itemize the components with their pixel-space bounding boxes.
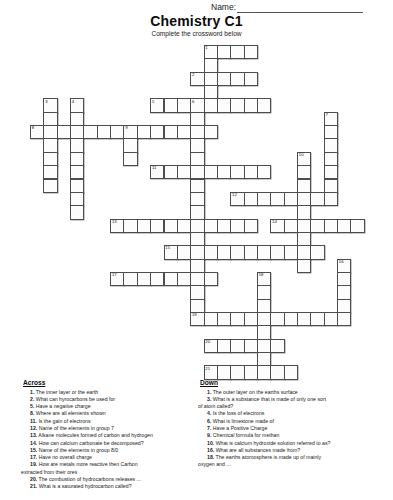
grid-cell[interactable] — [244, 219, 258, 233]
grid-cell[interactable] — [324, 138, 338, 152]
grid-cell[interactable] — [190, 165, 204, 179]
clue-item: 17. Have no overall charge — [21, 454, 179, 461]
grid-cell[interactable] — [324, 219, 338, 233]
clue-item: 18. The earths atomosphere is made up of… — [198, 454, 388, 469]
grid-cell[interactable] — [297, 165, 311, 179]
grid-cell[interactable] — [190, 125, 204, 139]
grid-cell[interactable]: 19 — [190, 312, 204, 326]
grid-cell[interactable]: 8 — [30, 125, 44, 139]
grid-cell[interactable] — [70, 112, 84, 126]
grid-cell[interactable] — [270, 192, 284, 206]
across-header: Across — [21, 379, 179, 387]
clue-number: 10 — [299, 153, 304, 158]
grid-cell[interactable] — [310, 192, 324, 206]
clue-number: 20 — [205, 340, 210, 345]
grid-cell[interactable] — [244, 192, 258, 206]
grid-cell[interactable] — [244, 365, 258, 379]
grid-cell[interactable]: 17 — [110, 272, 124, 286]
clue-number: 14 — [272, 220, 277, 225]
grid-cell[interactable]: 12 — [230, 192, 244, 206]
grid-cell[interactable] — [337, 219, 351, 233]
grid-cell[interactable]: 2 — [190, 72, 204, 86]
clue-item: 20. The combustion of hydrocarbons relea… — [21, 476, 179, 483]
clue-item: 4. Is the loss of electrons — [198, 410, 388, 417]
grid-cell[interactable] — [324, 152, 338, 166]
grid-cell[interactable] — [70, 138, 84, 152]
grid-cell[interactable] — [217, 339, 231, 353]
grid-cell[interactable] — [204, 98, 218, 112]
grid-cell[interactable] — [190, 179, 204, 193]
grid-cell[interactable] — [190, 112, 204, 126]
grid-cell[interactable] — [324, 192, 338, 206]
grid-cell[interactable] — [230, 165, 244, 179]
grid-cell[interactable]: 14 — [270, 219, 284, 233]
grid-cell[interactable] — [244, 165, 258, 179]
grid-cell[interactable] — [230, 245, 244, 259]
grid-cell[interactable] — [177, 98, 191, 112]
grid-cell[interactable]: 21 — [204, 365, 218, 379]
grid-cell[interactable] — [230, 219, 244, 233]
grid-cell[interactable] — [204, 165, 218, 179]
grid-cell[interactable]: 15 — [164, 245, 178, 259]
grid-cell[interactable] — [164, 165, 178, 179]
name-label: Name: — [211, 2, 236, 12]
grid-cell[interactable] — [217, 312, 231, 326]
clue-number: 12 — [232, 193, 237, 198]
clue-item: 14. How can calcium carbonate be decompo… — [21, 440, 179, 447]
down-clues-list: 1. The outer layer on the earths surface… — [198, 389, 388, 469]
grid-cell[interactable] — [284, 245, 298, 259]
grid-cell[interactable] — [297, 219, 311, 233]
grid-cell[interactable] — [217, 219, 231, 233]
clue-item: 3. What is a substance that is made of o… — [198, 396, 388, 411]
clue-item: 5. Have a negative charge — [21, 403, 179, 410]
grid-cell[interactable] — [190, 205, 204, 219]
grid-cell[interactable] — [217, 72, 231, 86]
grid-cell[interactable] — [284, 312, 298, 326]
grid-cell[interactable] — [150, 125, 164, 139]
clue-item: 1. The outer layer on the earths surface — [198, 389, 388, 396]
grid-cell[interactable] — [310, 219, 324, 233]
grid-cell[interactable] — [83, 125, 97, 139]
worksheet-page: Name: Chemistry C1 Complete the crosswor… — [0, 0, 393, 500]
grid-cell[interactable] — [137, 272, 151, 286]
grid-cell[interactable]: 13 — [110, 219, 124, 233]
down-clues: Down 1. The outer layer on the earths su… — [198, 379, 388, 469]
grid-cell[interactable] — [150, 272, 164, 286]
grid-cell[interactable] — [270, 245, 284, 259]
grid-cell[interactable]: 16 — [337, 259, 351, 273]
grid-cell[interactable] — [270, 365, 284, 379]
grid-cell[interactable] — [217, 245, 231, 259]
grid-cell[interactable] — [244, 98, 258, 112]
grid-cell[interactable]: 1 — [204, 45, 218, 59]
grid-cell[interactable] — [284, 365, 298, 379]
grid-cell[interactable] — [204, 272, 218, 286]
clue-item: 10. What is calcium hydroxide solution r… — [198, 440, 388, 447]
name-row: Name: — [0, 1, 393, 13]
grid-cell[interactable] — [257, 165, 271, 179]
grid-cell[interactable] — [217, 45, 231, 59]
clue-number: 2 — [192, 73, 194, 78]
clue-number: 11 — [152, 166, 156, 171]
grid-cell[interactable] — [310, 312, 324, 326]
grid-cell[interactable] — [217, 98, 231, 112]
clue-item: 9. Chemical formula for methan — [198, 432, 388, 439]
grid-cell[interactable] — [337, 299, 351, 313]
grid-cell[interactable]: 18 — [257, 272, 271, 286]
grid-cell[interactable] — [297, 205, 311, 219]
grid-cell[interactable] — [43, 152, 57, 166]
grid-cell[interactable] — [164, 125, 178, 139]
grid-cell[interactable] — [297, 312, 311, 326]
grid-cell[interactable] — [190, 272, 204, 286]
clue-number: 17 — [112, 273, 117, 278]
grid-cell[interactable] — [257, 98, 271, 112]
grid-cell[interactable] — [123, 272, 137, 286]
grid-cell[interactable] — [70, 125, 84, 139]
grid-cell[interactable] — [297, 179, 311, 193]
clue-item: 13. Alkane molecules formed of carbon an… — [21, 432, 179, 439]
grid-cell[interactable] — [97, 125, 111, 139]
grid-cell[interactable]: 3 — [43, 98, 57, 112]
grid-cell[interactable] — [177, 165, 191, 179]
grid-cell[interactable] — [337, 285, 351, 299]
grid-cell[interactable] — [190, 259, 204, 273]
grid-cell[interactable] — [204, 245, 218, 259]
clue-number: 21 — [205, 367, 210, 372]
grid-cell[interactable] — [257, 285, 271, 299]
grid-cell[interactable] — [43, 179, 57, 193]
clue-number: 5 — [152, 100, 154, 105]
grid-cell[interactable] — [204, 72, 218, 86]
grid-cell[interactable] — [204, 85, 218, 99]
clue-item: 21. What is a saturated hydrocarbon call… — [21, 483, 179, 490]
clue-number: 16 — [339, 260, 344, 265]
grid-cell[interactable] — [204, 312, 218, 326]
clue-item: 2. What can hyrocarbons be used for — [21, 396, 179, 403]
grid-cell[interactable] — [324, 125, 338, 139]
grid-cell[interactable] — [190, 299, 204, 313]
grid-cell[interactable] — [244, 339, 258, 353]
grid-cell[interactable] — [257, 339, 271, 353]
grid-cell[interactable] — [164, 219, 178, 233]
grid-cell[interactable] — [177, 272, 191, 286]
grid-cell[interactable] — [310, 245, 324, 259]
grid-cell[interactable] — [270, 339, 284, 353]
grid-cell[interactable]: 6 — [190, 98, 204, 112]
clue-number: 4 — [72, 100, 74, 105]
across-clues: Across 1. The inner layer or the earth2.… — [21, 379, 179, 491]
down-header: Down — [198, 379, 388, 387]
grid-cell[interactable] — [123, 152, 137, 166]
grid-cell[interactable] — [70, 179, 84, 193]
clue-item: 15. Name of the elements in group 8/0 — [21, 447, 179, 454]
grid-cell[interactable] — [230, 365, 244, 379]
clue-number: 1 — [205, 46, 207, 51]
grid-cell[interactable] — [204, 219, 218, 233]
grid-cell[interactable] — [70, 152, 84, 166]
grid-cell[interactable] — [257, 192, 271, 206]
grid-cell[interactable] — [297, 192, 311, 206]
grid-cell[interactable] — [257, 352, 271, 366]
grid-cell[interactable] — [43, 165, 57, 179]
grid-cell[interactable] — [57, 125, 71, 139]
grid-cell[interactable] — [230, 72, 244, 86]
grid-cell[interactable]: 5 — [150, 98, 164, 112]
grid-cell[interactable] — [230, 339, 244, 353]
grid-cell[interactable] — [284, 219, 298, 233]
clue-number: 8 — [32, 126, 34, 131]
grid-cell[interactable] — [43, 125, 57, 139]
clue-number: 15 — [165, 246, 170, 251]
clue-number: 19 — [192, 313, 197, 318]
clue-number: 3 — [45, 100, 47, 105]
grid-cell[interactable] — [204, 125, 218, 139]
clue-item: 11. Is the gain of electrons — [21, 418, 179, 425]
grid-cell[interactable] — [190, 285, 204, 299]
grid-cell[interactable] — [217, 165, 231, 179]
grid-cell[interactable] — [43, 138, 57, 152]
grid-cell[interactable] — [244, 72, 258, 86]
across-clues-list: 1. The inner layer or the earth2. What c… — [21, 389, 179, 491]
grid-cell[interactable]: 11 — [150, 165, 164, 179]
clue-item: 1. The inner layer or the earth — [21, 389, 179, 396]
grid-cell[interactable] — [43, 112, 57, 126]
page-title: Chemistry C1 — [0, 13, 393, 29]
grid-cell[interactable] — [70, 165, 84, 179]
grid-cell[interactable] — [324, 165, 338, 179]
grid-cell[interactable] — [177, 125, 191, 139]
page-subtitle: Complete the crossword below — [0, 30, 393, 37]
clue-number: 6 — [192, 100, 194, 105]
grid-cell[interactable] — [177, 245, 191, 259]
grid-cell[interactable] — [257, 325, 271, 339]
crossword-grid: 123456789101112131415161718192021 — [30, 45, 365, 380]
grid-cell[interactable] — [150, 219, 164, 233]
grid-cell[interactable] — [257, 245, 271, 259]
grid-cell[interactable] — [284, 192, 298, 206]
grid-cell[interactable] — [337, 272, 351, 286]
grid-cell[interactable] — [190, 192, 204, 206]
grid-cell[interactable] — [217, 365, 231, 379]
grid-cell[interactable] — [190, 245, 204, 259]
grid-cell[interactable] — [244, 245, 258, 259]
grid-cell[interactable] — [190, 232, 204, 246]
grid-cell[interactable] — [270, 312, 284, 326]
grid-cell[interactable] — [257, 312, 271, 326]
clue-item: 12. Name of the elements in group 7 — [21, 425, 179, 432]
grid-cell[interactable] — [324, 179, 338, 193]
grid-cell[interactable] — [110, 125, 124, 139]
clue-item: 7. Have a Positive Charge — [198, 425, 388, 432]
grid-cell[interactable] — [123, 219, 137, 233]
grid-cell[interactable]: 9 — [123, 125, 137, 139]
grid-cell[interactable] — [123, 138, 137, 152]
clue-number: 7 — [325, 113, 327, 118]
grid-cell[interactable] — [297, 245, 311, 259]
grid-cell[interactable] — [297, 232, 311, 246]
clue-number: 18 — [259, 273, 264, 278]
grid-cell[interactable] — [137, 125, 151, 139]
grid-cell[interactable] — [257, 299, 271, 313]
clue-item: 19. How are metals more reactive then Ca… — [21, 461, 179, 476]
grid-cell[interactable] — [164, 272, 178, 286]
grid-cell[interactable] — [230, 312, 244, 326]
grid-cell[interactable] — [244, 45, 258, 59]
grid-cell[interactable] — [204, 58, 218, 72]
grid-cell[interactable] — [177, 219, 191, 233]
grid-cell[interactable] — [350, 219, 364, 233]
grid-cell[interactable] — [324, 312, 338, 326]
grid-cell[interactable] — [70, 205, 84, 219]
grid-cell[interactable]: 4 — [70, 98, 84, 112]
clue-number: 13 — [112, 220, 117, 225]
grid-cell[interactable] — [137, 219, 151, 233]
grid-cell[interactable] — [70, 192, 84, 206]
clue-item: 6. What is limestone made of — [198, 418, 388, 425]
grid-cell[interactable] — [164, 98, 178, 112]
grid-cell[interactable] — [190, 152, 204, 166]
grid-cell[interactable] — [257, 365, 271, 379]
clue-item: 16. What are all substances made from? — [198, 447, 388, 454]
grid-cell[interactable] — [190, 138, 204, 152]
grid-cell[interactable] — [337, 312, 351, 326]
grid-cell[interactable]: 20 — [204, 339, 218, 353]
grid-cell[interactable]: 10 — [297, 152, 311, 166]
grid-cell[interactable]: 7 — [324, 112, 338, 126]
grid-cell[interactable] — [297, 259, 311, 273]
grid-cell[interactable] — [244, 312, 258, 326]
clue-number: 9 — [125, 126, 127, 131]
grid-cell[interactable] — [190, 219, 204, 233]
grid-cell[interactable] — [230, 98, 244, 112]
clue-item: 8. Where are all elements shown — [21, 410, 179, 417]
grid-cell[interactable] — [230, 45, 244, 59]
